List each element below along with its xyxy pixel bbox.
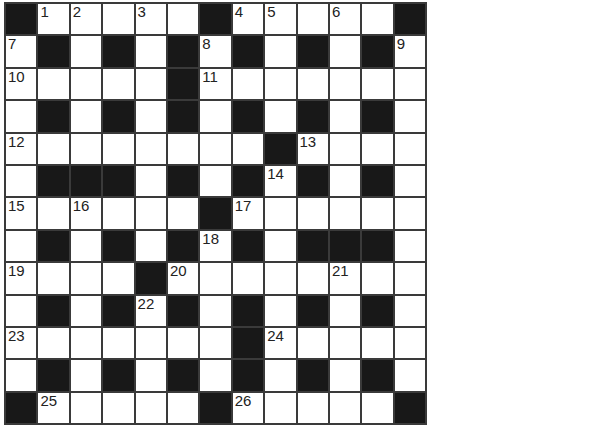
cell-r4c13[interactable] — [395, 101, 427, 133]
cell-r10c13[interactable] — [395, 296, 427, 328]
cell-r3c4[interactable] — [103, 69, 135, 101]
clue-number-24: 24 — [267, 328, 284, 345]
cell-r13c5[interactable] — [136, 393, 168, 425]
blocked-cell-r13c7 — [200, 393, 232, 425]
cell-r6c13[interactable] — [395, 166, 427, 198]
cell-r11c11[interactable] — [330, 328, 362, 360]
cell-r7c2[interactable] — [38, 198, 70, 230]
clue-number-3: 3 — [138, 4, 146, 21]
cell-r2c3[interactable] — [71, 36, 103, 68]
blocked-cell-r8c4 — [103, 231, 135, 263]
cell-r3c10[interactable] — [298, 69, 330, 101]
blocked-cell-r1c1 — [6, 4, 38, 36]
cell-r5c2[interactable] — [38, 134, 70, 166]
cell-r3c2[interactable] — [38, 69, 70, 101]
cell-r13c8[interactable]: 26 — [233, 393, 265, 425]
cell-r11c4[interactable] — [103, 328, 135, 360]
cell-r12c11[interactable] — [330, 360, 362, 392]
clue-number-1: 1 — [40, 4, 48, 21]
blocked-cell-r2c12 — [362, 36, 394, 68]
clue-number-16: 16 — [73, 198, 90, 215]
blocked-cell-r2c8 — [233, 36, 265, 68]
cell-r3c1[interactable]: 10 — [6, 69, 38, 101]
blocked-cell-r12c12 — [362, 360, 394, 392]
cell-r7c5[interactable] — [136, 198, 168, 230]
cell-r11c6[interactable] — [168, 328, 200, 360]
cell-r10c11[interactable] — [330, 296, 362, 328]
cell-r1c9[interactable]: 5 — [265, 4, 297, 36]
page: 1234567891011121314151617181920212223242… — [0, 0, 601, 427]
cell-r2c5[interactable] — [136, 36, 168, 68]
cell-r7c11[interactable] — [330, 198, 362, 230]
cell-r13c6[interactable] — [168, 393, 200, 425]
cell-r9c8[interactable] — [233, 263, 265, 295]
cell-r7c13[interactable] — [395, 198, 427, 230]
cell-r1c10[interactable] — [298, 4, 330, 36]
cell-r10c3[interactable] — [71, 296, 103, 328]
cell-r5c7[interactable] — [200, 134, 232, 166]
cell-r4c9[interactable] — [265, 101, 297, 133]
cell-r13c4[interactable] — [103, 393, 135, 425]
cell-r12c13[interactable] — [395, 360, 427, 392]
clue-number-4: 4 — [235, 4, 243, 21]
cell-r3c7[interactable]: 11 — [200, 69, 232, 101]
cell-r5c3[interactable] — [71, 134, 103, 166]
blocked-cell-r3c6 — [168, 69, 200, 101]
cell-r11c2[interactable] — [38, 328, 70, 360]
cell-r9c6[interactable]: 20 — [168, 263, 200, 295]
blocked-cell-r10c8 — [233, 296, 265, 328]
cell-r1c4[interactable] — [103, 4, 135, 36]
blocked-cell-r4c8 — [233, 101, 265, 133]
cell-r9c12[interactable] — [362, 263, 394, 295]
blocked-cell-r8c10 — [298, 231, 330, 263]
cell-r12c7[interactable] — [200, 360, 232, 392]
blocked-cell-r13c13 — [395, 393, 427, 425]
clue-number-9: 9 — [397, 36, 405, 53]
blocked-cell-r6c3 — [71, 166, 103, 198]
blocked-cell-r8c11 — [330, 231, 362, 263]
cell-r3c3[interactable] — [71, 69, 103, 101]
cell-r6c9[interactable]: 14 — [265, 166, 297, 198]
cell-r1c11[interactable]: 6 — [330, 4, 362, 36]
cell-r11c5[interactable] — [136, 328, 168, 360]
blocked-cell-r6c4 — [103, 166, 135, 198]
cell-r1c12[interactable] — [362, 4, 394, 36]
cell-r3c9[interactable] — [265, 69, 297, 101]
cell-r7c12[interactable] — [362, 198, 394, 230]
clue-number-25: 25 — [40, 393, 57, 410]
cell-r11c7[interactable] — [200, 328, 232, 360]
blocked-cell-r4c2 — [38, 101, 70, 133]
cell-r5c1[interactable]: 12 — [6, 134, 38, 166]
blocked-cell-r12c4 — [103, 360, 135, 392]
cell-r11c10[interactable] — [298, 328, 330, 360]
clue-number-19: 19 — [8, 263, 25, 280]
cell-r9c9[interactable] — [265, 263, 297, 295]
blocked-cell-r1c13 — [395, 4, 427, 36]
cell-r7c3[interactable]: 16 — [71, 198, 103, 230]
clue-number-12: 12 — [8, 134, 25, 151]
cell-r12c3[interactable] — [71, 360, 103, 392]
cell-r3c13[interactable] — [395, 69, 427, 101]
clue-number-8: 8 — [202, 36, 210, 53]
cell-r8c1[interactable] — [6, 231, 38, 263]
clue-number-11: 11 — [202, 69, 218, 86]
blocked-cell-r7c7 — [200, 198, 232, 230]
cell-r13c2[interactable]: 25 — [38, 393, 70, 425]
cell-r4c7[interactable] — [200, 101, 232, 133]
blocked-cell-r11c8 — [233, 328, 265, 360]
cell-r4c3[interactable] — [71, 101, 103, 133]
cell-r1c3[interactable]: 2 — [71, 4, 103, 36]
cell-r5c12[interactable] — [362, 134, 394, 166]
blocked-cell-r4c4 — [103, 101, 135, 133]
clue-number-22: 22 — [138, 296, 155, 313]
cell-r5c6[interactable] — [168, 134, 200, 166]
clue-number-7: 7 — [8, 36, 16, 53]
cell-r3c11[interactable] — [330, 69, 362, 101]
cell-r9c10[interactable] — [298, 263, 330, 295]
blocked-cell-r1c7 — [200, 4, 232, 36]
clue-number-23: 23 — [8, 328, 25, 345]
blocked-cell-r2c10 — [298, 36, 330, 68]
blocked-cell-r4c12 — [362, 101, 394, 133]
blocked-cell-r10c2 — [38, 296, 70, 328]
cell-r2c9[interactable] — [265, 36, 297, 68]
cell-r12c9[interactable] — [265, 360, 297, 392]
blocked-cell-r10c12 — [362, 296, 394, 328]
cell-r8c5[interactable] — [136, 231, 168, 263]
blocked-cell-r6c8 — [233, 166, 265, 198]
cell-r4c1[interactable] — [6, 101, 38, 133]
cell-r4c11[interactable] — [330, 101, 362, 133]
blocked-cell-r8c2 — [38, 231, 70, 263]
cell-r9c2[interactable] — [38, 263, 70, 295]
blocked-cell-r5c9 — [265, 134, 297, 166]
cell-r7c10[interactable] — [298, 198, 330, 230]
blocked-cell-r10c4 — [103, 296, 135, 328]
blocked-cell-r12c6 — [168, 360, 200, 392]
cell-r5c5[interactable] — [136, 134, 168, 166]
blocked-cell-r6c2 — [38, 166, 70, 198]
cell-r7c9[interactable] — [265, 198, 297, 230]
cell-r10c7[interactable] — [200, 296, 232, 328]
blocked-cell-r2c4 — [103, 36, 135, 68]
cell-r7c4[interactable] — [103, 198, 135, 230]
cell-r11c3[interactable] — [71, 328, 103, 360]
cell-r10c1[interactable] — [6, 296, 38, 328]
cell-r9c3[interactable] — [71, 263, 103, 295]
blocked-cell-r9c5 — [136, 263, 168, 295]
cell-r12c5[interactable] — [136, 360, 168, 392]
cell-r1c6[interactable] — [168, 4, 200, 36]
clue-number-15: 15 — [8, 198, 25, 215]
cell-r6c11[interactable] — [330, 166, 362, 198]
blocked-cell-r8c6 — [168, 231, 200, 263]
blocked-cell-r13c1 — [6, 393, 38, 425]
cell-r5c10[interactable]: 13 — [298, 134, 330, 166]
cell-r13c11[interactable] — [330, 393, 362, 425]
cell-r7c8[interactable]: 17 — [233, 198, 265, 230]
cell-r6c1[interactable] — [6, 166, 38, 198]
blocked-cell-r12c10 — [298, 360, 330, 392]
clue-number-13: 13 — [300, 134, 317, 151]
cell-r5c11[interactable] — [330, 134, 362, 166]
cell-r3c12[interactable] — [362, 69, 394, 101]
blocked-cell-r12c2 — [38, 360, 70, 392]
clue-number-18: 18 — [202, 231, 219, 248]
clue-number-5: 5 — [267, 4, 275, 21]
cell-r5c4[interactable] — [103, 134, 135, 166]
clue-number-14: 14 — [267, 166, 284, 183]
cell-r5c8[interactable] — [233, 134, 265, 166]
blocked-cell-r12c8 — [233, 360, 265, 392]
cell-r2c13[interactable]: 9 — [395, 36, 427, 68]
blocked-cell-r8c8 — [233, 231, 265, 263]
cell-r13c12[interactable] — [362, 393, 394, 425]
cell-r1c2[interactable]: 1 — [38, 4, 70, 36]
cell-r1c8[interactable]: 4 — [233, 4, 265, 36]
cell-r8c9[interactable] — [265, 231, 297, 263]
cell-r9c13[interactable] — [395, 263, 427, 295]
cell-r11c9[interactable]: 24 — [265, 328, 297, 360]
blocked-cell-r10c10 — [298, 296, 330, 328]
cell-r2c11[interactable] — [330, 36, 362, 68]
cell-r10c9[interactable] — [265, 296, 297, 328]
cell-r13c10[interactable] — [298, 393, 330, 425]
cell-r3c8[interactable] — [233, 69, 265, 101]
clue-number-6: 6 — [332, 4, 340, 21]
blocked-cell-r8c12 — [362, 231, 394, 263]
cell-r9c11[interactable]: 21 — [330, 263, 362, 295]
blocked-cell-r6c10 — [298, 166, 330, 198]
cell-r11c12[interactable] — [362, 328, 394, 360]
cell-r6c5[interactable] — [136, 166, 168, 198]
cell-r6c7[interactable] — [200, 166, 232, 198]
blocked-cell-r2c6 — [168, 36, 200, 68]
cell-r9c4[interactable] — [103, 263, 135, 295]
cell-r2c1[interactable]: 7 — [6, 36, 38, 68]
cell-r9c7[interactable] — [200, 263, 232, 295]
cell-r11c13[interactable] — [395, 328, 427, 360]
blocked-cell-r4c10 — [298, 101, 330, 133]
cell-r3c5[interactable] — [136, 69, 168, 101]
blocked-cell-r10c6 — [168, 296, 200, 328]
clue-number-26: 26 — [235, 393, 252, 410]
cell-r1c5[interactable]: 3 — [136, 4, 168, 36]
clue-number-21: 21 — [332, 263, 349, 280]
cell-r10c5[interactable]: 22 — [136, 296, 168, 328]
cell-r7c6[interactable] — [168, 198, 200, 230]
cell-r2c7[interactable]: 8 — [200, 36, 232, 68]
cell-r9c1[interactable]: 19 — [6, 263, 38, 295]
cell-r13c3[interactable] — [71, 393, 103, 425]
clue-number-20: 20 — [170, 263, 187, 280]
crossword-grid: 1234567891011121314151617181920212223242… — [4, 2, 427, 425]
cell-r7c1[interactable]: 15 — [6, 198, 38, 230]
blocked-cell-r4c6 — [168, 101, 200, 133]
clue-number-10: 10 — [8, 69, 25, 86]
blocked-cell-r6c12 — [362, 166, 394, 198]
blocked-cell-r2c2 — [38, 36, 70, 68]
cell-r8c3[interactable] — [71, 231, 103, 263]
cell-r5c13[interactable] — [395, 134, 427, 166]
blocked-cell-r6c6 — [168, 166, 200, 198]
clue-number-2: 2 — [73, 4, 81, 21]
cell-r8c13[interactable] — [395, 231, 427, 263]
clue-number-17: 17 — [235, 198, 252, 215]
cell-r8c7[interactable]: 18 — [200, 231, 232, 263]
cell-r13c9[interactable] — [265, 393, 297, 425]
cell-r12c1[interactable] — [6, 360, 38, 392]
cell-r4c5[interactable] — [136, 101, 168, 133]
cell-r11c1[interactable]: 23 — [6, 328, 38, 360]
